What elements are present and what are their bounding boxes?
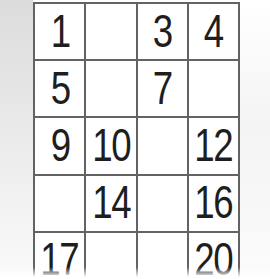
counting-worksheet: 1 3 4 5 7 9 10 12 14 16 17 20	[0, 0, 270, 279]
cell-r4c2: 14	[86, 176, 135, 231]
cell-value: 7	[153, 64, 172, 114]
cell-r4c1	[35, 176, 84, 231]
cell-value: 3	[153, 7, 172, 57]
cell-r3c2: 10	[86, 118, 135, 173]
cell-r2c1: 5	[35, 61, 84, 116]
cell-value: 10	[92, 121, 130, 171]
cell-r5c1: 17	[35, 233, 84, 279]
cell-r2c4	[189, 61, 238, 116]
cell-value: 4	[204, 7, 223, 57]
cell-value: 1	[50, 7, 69, 57]
cell-value: 14	[92, 178, 130, 228]
cell-r5c2	[86, 233, 135, 279]
cell-value: 9	[50, 121, 69, 171]
cell-r1c1: 1	[35, 4, 84, 59]
cell-r1c3: 3	[138, 4, 187, 59]
cell-r2c3: 7	[138, 61, 187, 116]
cell-r3c3	[138, 118, 187, 173]
cell-r2c2	[86, 61, 135, 116]
cell-value: 12	[195, 121, 233, 171]
cell-r3c1: 9	[35, 118, 84, 173]
cell-value: 5	[50, 64, 69, 114]
cell-r1c4: 4	[189, 4, 238, 59]
cell-value: 20	[195, 235, 233, 279]
cell-r5c3	[138, 233, 187, 279]
cell-r3c4: 12	[189, 118, 238, 173]
cell-r4c4: 16	[189, 176, 238, 231]
number-grid: 1 3 4 5 7 9 10 12 14 16 17 20	[33, 2, 240, 279]
cell-r5c4: 20	[189, 233, 238, 279]
cell-r1c2	[86, 4, 135, 59]
cell-r4c3	[138, 176, 187, 231]
cell-value: 16	[195, 178, 233, 228]
cell-value: 17	[41, 235, 79, 279]
scan-shadow-left	[0, 0, 33, 279]
scan-margin-right	[240, 0, 270, 279]
